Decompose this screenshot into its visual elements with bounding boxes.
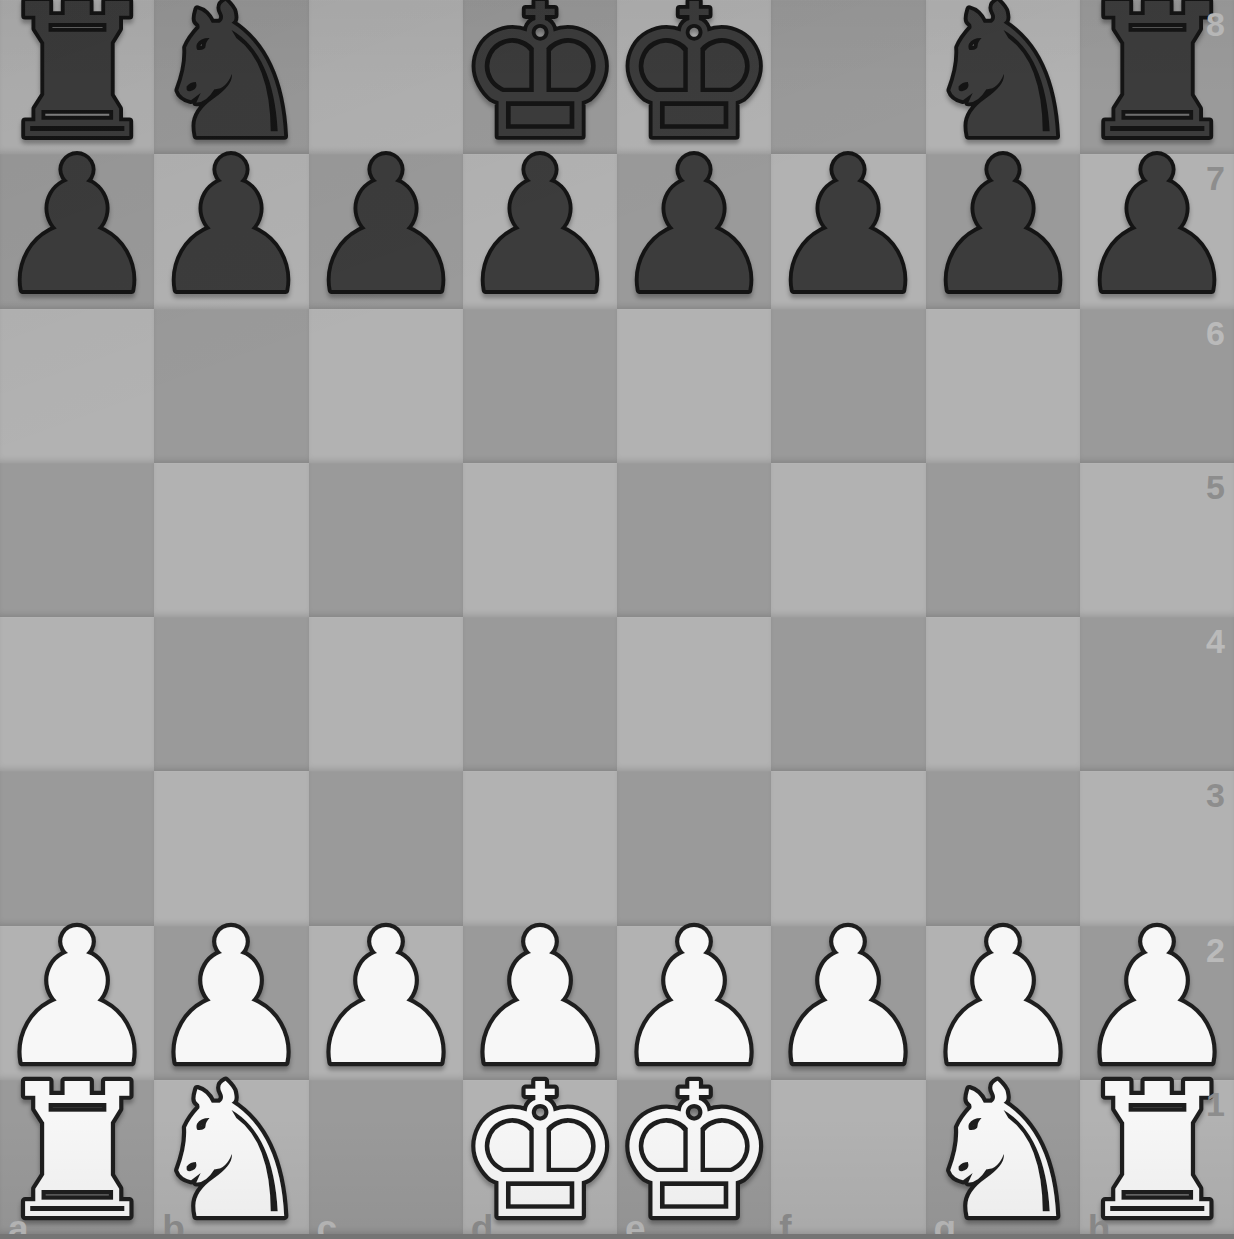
rank-label-4: 4 [1206, 624, 1225, 658]
square-c5[interactable] [309, 463, 463, 617]
rank-label-3: 3 [1206, 778, 1225, 812]
svg-text:♟: ♟ [765, 889, 931, 1105]
square-g5[interactable] [926, 463, 1080, 617]
black-pawn-d7[interactable]: ♟ [463, 154, 617, 308]
black-pawn-b7[interactable]: ♟ [154, 154, 308, 308]
svg-text:♟: ♟ [303, 118, 469, 334]
svg-text:♟: ♟ [457, 118, 623, 334]
square-e7[interactable]: ♟ [617, 154, 771, 308]
square-c6[interactable] [309, 309, 463, 463]
rank-label-8: 8 [1206, 7, 1225, 41]
svg-text:♟: ♟ [0, 118, 160, 334]
svg-text:♟: ♟ [148, 118, 314, 334]
square-d6[interactable] [463, 309, 617, 463]
square-e1[interactable]: ♚e [617, 1080, 771, 1234]
square-a6[interactable] [0, 309, 154, 463]
rank-label-6: 6 [1206, 316, 1225, 350]
square-h6[interactable]: 6 [1080, 309, 1234, 463]
square-c2[interactable]: ♟ [309, 926, 463, 1080]
square-d4[interactable] [463, 617, 617, 771]
square-f4[interactable] [771, 617, 925, 771]
square-d7[interactable]: ♟ [463, 154, 617, 308]
square-g6[interactable] [926, 309, 1080, 463]
square-h4[interactable]: 4 [1080, 617, 1234, 771]
square-b1[interactable]: ♞b [154, 1080, 308, 1234]
svg-text:♟: ♟ [1074, 118, 1234, 334]
svg-text:♟: ♟ [303, 889, 469, 1105]
chessboard: ♜♞♚♚♞♜8♟♟♟♟♟♟♟♟76543♟♟♟♟♟♟♟♟2♜a♞bc♚d♚ef♞… [0, 0, 1234, 1239]
square-a7[interactable]: ♟ [0, 154, 154, 308]
square-e6[interactable] [617, 309, 771, 463]
square-a1[interactable]: ♜a [0, 1080, 154, 1234]
square-b4[interactable] [154, 617, 308, 771]
square-g4[interactable] [926, 617, 1080, 771]
svg-text:♟: ♟ [611, 118, 777, 334]
white-pawn-f2[interactable]: ♟ [771, 926, 925, 1080]
square-g7[interactable]: ♟ [926, 154, 1080, 308]
rank-label-1: 1 [1206, 1087, 1225, 1121]
square-b6[interactable] [154, 309, 308, 463]
square-e5[interactable] [617, 463, 771, 617]
square-c7[interactable]: ♟ [309, 154, 463, 308]
rank-label-2: 2 [1206, 933, 1225, 967]
square-e4[interactable] [617, 617, 771, 771]
black-pawn-f7[interactable]: ♟ [771, 154, 925, 308]
square-f7[interactable]: ♟ [771, 154, 925, 308]
black-pawn-e7[interactable]: ♟ [617, 154, 771, 308]
chessboard-grid: ♜♞♚♚♞♜8♟♟♟♟♟♟♟♟76543♟♟♟♟♟♟♟♟2♜a♞bc♚d♚ef♞… [0, 0, 1234, 1234]
square-g1[interactable]: ♞g [926, 1080, 1080, 1234]
svg-text:♟: ♟ [920, 118, 1086, 334]
black-pawn-g7[interactable]: ♟ [926, 154, 1080, 308]
rank-label-7: 7 [1206, 161, 1225, 195]
square-f1[interactable]: f [771, 1080, 925, 1234]
square-f6[interactable] [771, 309, 925, 463]
square-c4[interactable] [309, 617, 463, 771]
square-d1[interactable]: ♚d [463, 1080, 617, 1234]
square-c1[interactable]: c [309, 1080, 463, 1234]
square-a4[interactable] [0, 617, 154, 771]
white-pawn-c2[interactable]: ♟ [309, 926, 463, 1080]
square-d5[interactable] [463, 463, 617, 617]
square-a5[interactable] [0, 463, 154, 617]
black-pawn-a7[interactable]: ♟ [0, 154, 154, 308]
square-b7[interactable]: ♟ [154, 154, 308, 308]
square-h7[interactable]: ♟7 [1080, 154, 1234, 308]
board-bottom-strip [0, 1234, 1234, 1239]
square-h5[interactable]: 5 [1080, 463, 1234, 617]
square-f5[interactable] [771, 463, 925, 617]
square-f2[interactable]: ♟ [771, 926, 925, 1080]
square-b5[interactable] [154, 463, 308, 617]
black-pawn-c7[interactable]: ♟ [309, 154, 463, 308]
rank-label-5: 5 [1206, 470, 1225, 504]
svg-text:♟: ♟ [765, 118, 931, 334]
square-h1[interactable]: ♜1h [1080, 1080, 1234, 1234]
